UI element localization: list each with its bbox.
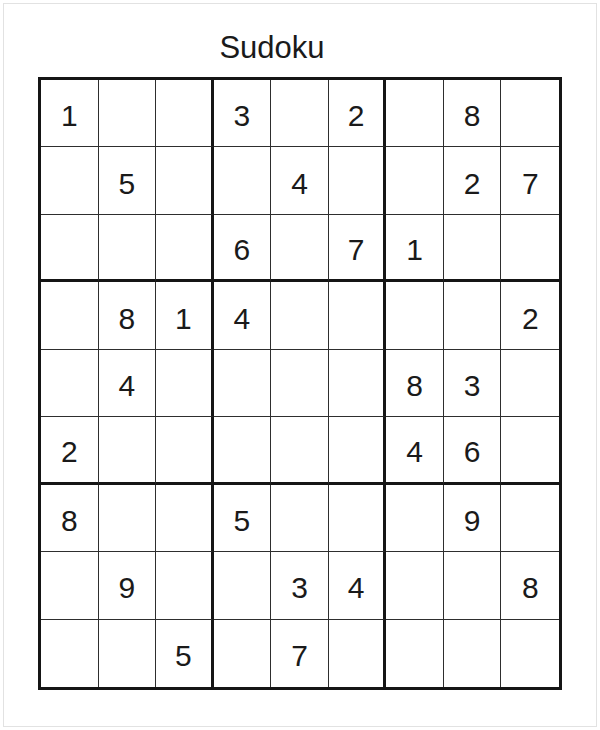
given-digit: 3 (234, 101, 251, 131)
given-digit: 8 (522, 573, 539, 603)
cell-r9c1[interactable] (41, 620, 99, 687)
cell-r7c8[interactable]: 9 (444, 485, 502, 552)
cell-r2c7[interactable] (386, 147, 444, 214)
cell-r6c7[interactable]: 4 (386, 417, 444, 484)
given-digit: 8 (406, 371, 423, 401)
cell-r8c2[interactable]: 9 (99, 552, 157, 619)
given-digit: 1 (175, 304, 192, 334)
cell-r7c4[interactable]: 5 (214, 485, 272, 552)
cell-r6c2[interactable] (99, 417, 157, 484)
cell-r6c6[interactable] (329, 417, 387, 484)
cell-r2c1[interactable] (41, 147, 99, 214)
cell-r7c6[interactable] (329, 485, 387, 552)
cell-r5c1[interactable] (41, 350, 99, 417)
cell-r7c1[interactable]: 8 (41, 485, 99, 552)
puzzle-title: Sudoku (0, 32, 544, 64)
cell-r1c3[interactable] (156, 80, 214, 147)
cell-r9c9[interactable] (501, 620, 559, 687)
cell-r8c1[interactable] (41, 552, 99, 619)
cell-r6c5[interactable] (271, 417, 329, 484)
cell-r1c8[interactable]: 8 (444, 80, 502, 147)
given-digit: 4 (348, 573, 365, 603)
given-digit: 5 (234, 506, 251, 536)
given-digit: 4 (406, 437, 423, 467)
cell-r8c9[interactable]: 8 (501, 552, 559, 619)
cell-r5c5[interactable] (271, 350, 329, 417)
cell-r3c7[interactable]: 1 (386, 215, 444, 282)
given-digit: 4 (291, 169, 308, 199)
cell-r4c1[interactable] (41, 282, 99, 349)
given-digit: 4 (118, 371, 135, 401)
cell-r7c5[interactable] (271, 485, 329, 552)
given-digit: 6 (464, 437, 481, 467)
cell-r2c9[interactable]: 7 (501, 147, 559, 214)
cell-r5c7[interactable]: 8 (386, 350, 444, 417)
cell-r6c1[interactable]: 2 (41, 417, 99, 484)
given-digit: 1 (61, 101, 78, 131)
given-digit: 8 (61, 506, 78, 536)
cell-r6c8[interactable]: 6 (444, 417, 502, 484)
cell-r5c4[interactable] (214, 350, 272, 417)
cell-r1c2[interactable] (99, 80, 157, 147)
given-digit: 2 (61, 437, 78, 467)
cell-r4c6[interactable] (329, 282, 387, 349)
cell-r7c3[interactable] (156, 485, 214, 552)
cell-r1c5[interactable] (271, 80, 329, 147)
cell-r8c5[interactable]: 3 (271, 552, 329, 619)
cell-r4c4[interactable]: 4 (214, 282, 272, 349)
given-digit: 9 (118, 573, 135, 603)
cell-r5c3[interactable] (156, 350, 214, 417)
cell-r8c3[interactable] (156, 552, 214, 619)
given-digit: 3 (291, 573, 308, 603)
cell-r4c9[interactable]: 2 (501, 282, 559, 349)
given-digit: 5 (175, 641, 192, 671)
cell-r3c8[interactable] (444, 215, 502, 282)
cell-r3c3[interactable] (156, 215, 214, 282)
cell-r1c1[interactable]: 1 (41, 80, 99, 147)
cell-r3c9[interactable] (501, 215, 559, 282)
cell-r5c9[interactable] (501, 350, 559, 417)
given-digit: 2 (464, 169, 481, 199)
cell-r8c8[interactable] (444, 552, 502, 619)
cell-r7c9[interactable] (501, 485, 559, 552)
cell-r7c7[interactable] (386, 485, 444, 552)
cell-r3c2[interactable] (99, 215, 157, 282)
cell-r8c4[interactable] (214, 552, 272, 619)
cell-r1c4[interactable]: 3 (214, 80, 272, 147)
given-digit: 7 (348, 235, 365, 265)
cell-r9c4[interactable] (214, 620, 272, 687)
cell-r2c3[interactable] (156, 147, 214, 214)
cell-r9c8[interactable] (444, 620, 502, 687)
cell-r2c2[interactable]: 5 (99, 147, 157, 214)
cell-r1c9[interactable] (501, 80, 559, 147)
given-digit: 7 (291, 641, 308, 671)
cell-r6c9[interactable] (501, 417, 559, 484)
given-digit: 2 (348, 101, 365, 131)
given-digit: 7 (522, 169, 539, 199)
cell-r5c6[interactable] (329, 350, 387, 417)
cell-r5c8[interactable]: 3 (444, 350, 502, 417)
cell-r3c4[interactable]: 6 (214, 215, 272, 282)
cell-r4c3[interactable]: 1 (156, 282, 214, 349)
given-digit: 8 (118, 304, 135, 334)
cell-r4c8[interactable] (444, 282, 502, 349)
given-digit: 8 (464, 101, 481, 131)
cell-r3c5[interactable] (271, 215, 329, 282)
given-digit: 9 (464, 506, 481, 536)
cell-r6c4[interactable] (214, 417, 272, 484)
cell-r8c7[interactable] (386, 552, 444, 619)
given-digit: 1 (406, 235, 423, 265)
given-digit: 3 (464, 371, 481, 401)
cell-r2c4[interactable] (214, 147, 272, 214)
cell-r1c6[interactable]: 2 (329, 80, 387, 147)
given-digit: 2 (522, 304, 539, 334)
cell-r7c2[interactable] (99, 485, 157, 552)
cell-r1c7[interactable] (386, 80, 444, 147)
cell-r9c7[interactable] (386, 620, 444, 687)
cell-r4c2[interactable]: 8 (99, 282, 157, 349)
given-digit: 6 (234, 235, 251, 265)
cell-r5c2[interactable]: 4 (99, 350, 157, 417)
cell-r9c6[interactable] (329, 620, 387, 687)
cell-r6c3[interactable] (156, 417, 214, 484)
cell-r9c3[interactable]: 5 (156, 620, 214, 687)
cell-r2c8[interactable]: 2 (444, 147, 502, 214)
cell-r3c6[interactable]: 7 (329, 215, 387, 282)
cell-r3c1[interactable] (41, 215, 99, 282)
cell-r2c5[interactable]: 4 (271, 147, 329, 214)
sudoku-grid: 132854276718142483246859934857 (38, 77, 562, 690)
cell-r2c6[interactable] (329, 147, 387, 214)
cell-r4c7[interactable] (386, 282, 444, 349)
cell-r9c2[interactable] (99, 620, 157, 687)
cell-r4c5[interactable] (271, 282, 329, 349)
cell-r8c6[interactable]: 4 (329, 552, 387, 619)
given-digit: 5 (118, 169, 135, 199)
cell-r9c5[interactable]: 7 (271, 620, 329, 687)
given-digit: 4 (234, 304, 251, 334)
